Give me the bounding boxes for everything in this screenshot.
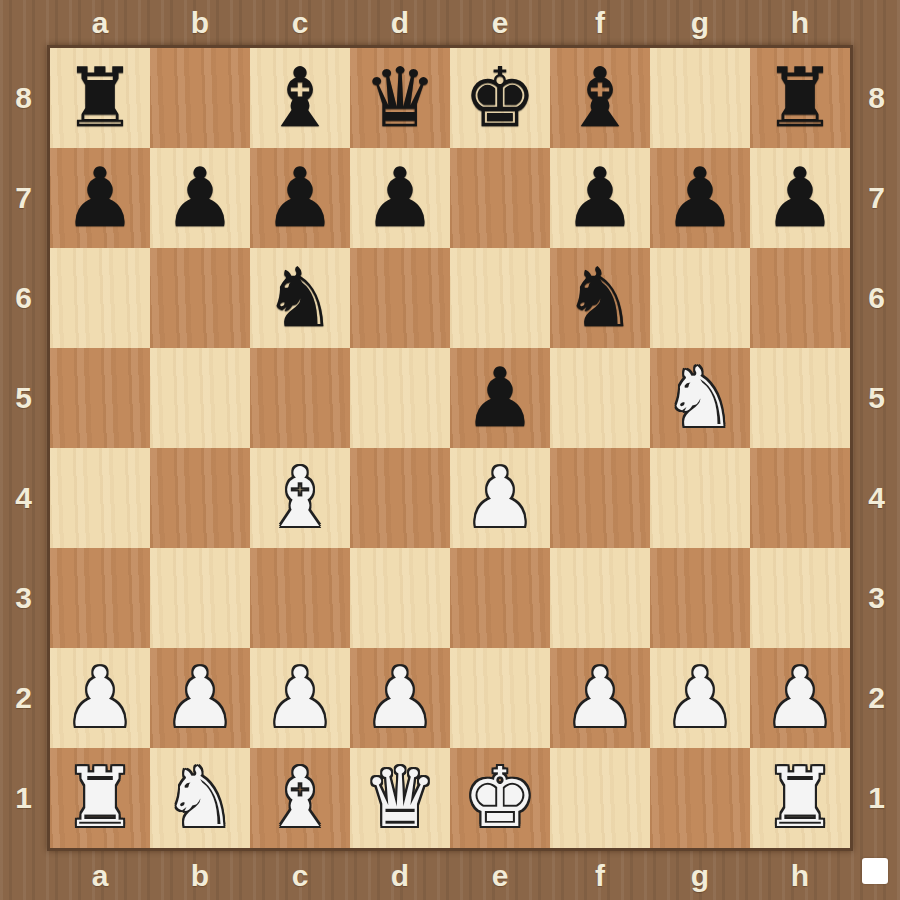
rank-labels-left: 87654321: [0, 48, 47, 848]
piece-white-rook[interactable]: ♜: [50, 748, 150, 848]
rank-label-left-8: 8: [0, 48, 47, 148]
square-e1[interactable]: ♚: [450, 748, 550, 848]
square-f3[interactable]: [550, 548, 650, 648]
square-f2[interactable]: ♟: [550, 648, 650, 748]
piece-black-bishop[interactable]: ♝: [250, 48, 350, 148]
piece-white-pawn[interactable]: ♟: [250, 648, 350, 748]
square-a1[interactable]: ♜: [50, 748, 150, 848]
piece-black-knight[interactable]: ♞: [250, 248, 350, 348]
square-b4[interactable]: [150, 448, 250, 548]
piece-black-pawn[interactable]: ♟: [150, 148, 250, 248]
square-h5[interactable]: [750, 348, 850, 448]
square-h4[interactable]: [750, 448, 850, 548]
file-label-top-d: d: [350, 0, 450, 45]
square-f5[interactable]: [550, 348, 650, 448]
piece-white-bishop[interactable]: ♝: [250, 748, 350, 848]
rank-label-right-3: 3: [853, 548, 900, 648]
square-e6[interactable]: [450, 248, 550, 348]
piece-black-pawn[interactable]: ♟: [650, 148, 750, 248]
piece-white-pawn[interactable]: ♟: [650, 648, 750, 748]
file-label-bottom-b: b: [150, 851, 250, 900]
rank-label-left-3: 3: [0, 548, 47, 648]
rank-label-left-4: 4: [0, 448, 47, 548]
file-labels-bottom: abcdefgh: [50, 851, 850, 900]
piece-black-rook[interactable]: ♜: [50, 48, 150, 148]
piece-white-knight[interactable]: ♞: [650, 348, 750, 448]
rank-label-right-4: 4: [853, 448, 900, 548]
square-d6[interactable]: [350, 248, 450, 348]
square-g4[interactable]: [650, 448, 750, 548]
square-e5[interactable]: ♟: [450, 348, 550, 448]
square-h1[interactable]: ♜: [750, 748, 850, 848]
square-d7[interactable]: ♟: [350, 148, 450, 248]
file-label-top-a: a: [50, 0, 150, 45]
file-label-top-b: b: [150, 0, 250, 45]
square-g8[interactable]: [650, 48, 750, 148]
piece-black-pawn[interactable]: ♟: [750, 148, 850, 248]
piece-black-pawn[interactable]: ♟: [350, 148, 450, 248]
rank-label-right-5: 5: [853, 348, 900, 448]
piece-white-pawn[interactable]: ♟: [150, 648, 250, 748]
square-f8[interactable]: ♝: [550, 48, 650, 148]
piece-white-pawn[interactable]: ♟: [750, 648, 850, 748]
square-f6[interactable]: ♞: [550, 248, 650, 348]
square-d3[interactable]: [350, 548, 450, 648]
piece-black-pawn[interactable]: ♟: [50, 148, 150, 248]
piece-white-pawn[interactable]: ♟: [550, 648, 650, 748]
file-label-bottom-f: f: [550, 851, 650, 900]
square-a8[interactable]: ♜: [50, 48, 150, 148]
piece-black-queen[interactable]: ♛: [350, 48, 450, 148]
piece-black-pawn[interactable]: ♟: [250, 148, 350, 248]
piece-white-pawn[interactable]: ♟: [450, 448, 550, 548]
rank-label-left-2: 2: [0, 648, 47, 748]
square-a4[interactable]: [50, 448, 150, 548]
rank-labels-right: 87654321: [853, 48, 900, 848]
square-e2[interactable]: [450, 648, 550, 748]
square-c7[interactable]: ♟: [250, 148, 350, 248]
piece-black-pawn[interactable]: ♟: [450, 348, 550, 448]
square-f1[interactable]: [550, 748, 650, 848]
square-g1[interactable]: [650, 748, 750, 848]
square-h3[interactable]: [750, 548, 850, 648]
rank-label-right-7: 7: [853, 148, 900, 248]
square-b7[interactable]: ♟: [150, 148, 250, 248]
file-label-top-h: h: [750, 0, 850, 45]
piece-white-knight[interactable]: ♞: [150, 748, 250, 848]
file-label-top-g: g: [650, 0, 750, 45]
square-e7[interactable]: [450, 148, 550, 248]
square-h2[interactable]: ♟: [750, 648, 850, 748]
file-label-bottom-c: c: [250, 851, 350, 900]
square-a7[interactable]: ♟: [50, 148, 150, 248]
rank-label-right-1: 1: [853, 748, 900, 848]
square-a6[interactable]: [50, 248, 150, 348]
square-e3[interactable]: [450, 548, 550, 648]
rank-label-right-2: 2: [853, 648, 900, 748]
square-d1[interactable]: ♛: [350, 748, 450, 848]
square-d5[interactable]: [350, 348, 450, 448]
file-label-bottom-e: e: [450, 851, 550, 900]
square-b5[interactable]: [150, 348, 250, 448]
file-label-top-c: c: [250, 0, 350, 45]
square-h7[interactable]: ♟: [750, 148, 850, 248]
square-g6[interactable]: [650, 248, 750, 348]
square-h8[interactable]: ♜: [750, 48, 850, 148]
piece-white-king[interactable]: ♚: [450, 748, 550, 848]
square-b3[interactable]: [150, 548, 250, 648]
square-c1[interactable]: ♝: [250, 748, 350, 848]
square-d4[interactable]: [350, 448, 450, 548]
square-b2[interactable]: ♟: [150, 648, 250, 748]
rank-label-right-6: 6: [853, 248, 900, 348]
square-c5[interactable]: [250, 348, 350, 448]
piece-white-bishop[interactable]: ♝: [250, 448, 350, 548]
square-b1[interactable]: ♞: [150, 748, 250, 848]
piece-black-king[interactable]: ♚: [450, 48, 550, 148]
square-a3[interactable]: [50, 548, 150, 648]
rank-label-left-6: 6: [0, 248, 47, 348]
piece-white-rook[interactable]: ♜: [750, 748, 850, 848]
rank-label-right-8: 8: [853, 48, 900, 148]
piece-black-knight[interactable]: ♞: [550, 248, 650, 348]
square-c8[interactable]: ♝: [250, 48, 350, 148]
piece-black-pawn[interactable]: ♟: [550, 148, 650, 248]
file-label-bottom-a: a: [50, 851, 150, 900]
square-d2[interactable]: ♟: [350, 648, 450, 748]
square-a2[interactable]: ♟: [50, 648, 150, 748]
piece-black-bishop[interactable]: ♝: [550, 48, 650, 148]
square-c4[interactable]: ♝: [250, 448, 350, 548]
square-e8[interactable]: ♚: [450, 48, 550, 148]
file-labels-top: abcdefgh: [50, 0, 850, 45]
square-g2[interactable]: ♟: [650, 648, 750, 748]
square-c2[interactable]: ♟: [250, 648, 350, 748]
rank-label-left-5: 5: [0, 348, 47, 448]
square-f4[interactable]: [550, 448, 650, 548]
square-g5[interactable]: ♞: [650, 348, 750, 448]
chess-board: ♜♝♛♚♝♜♟♟♟♟♟♟♟♞♞♟♞♝♟♟♟♟♟♟♟♟♜♞♝♛♚♜: [47, 45, 853, 851]
square-e4[interactable]: ♟: [450, 448, 550, 548]
file-label-bottom-d: d: [350, 851, 450, 900]
square-b8[interactable]: [150, 48, 250, 148]
piece-white-pawn[interactable]: ♟: [350, 648, 450, 748]
square-c3[interactable]: [250, 548, 350, 648]
side-to-move-indicator: [862, 858, 888, 884]
piece-white-queen[interactable]: ♛: [350, 748, 450, 848]
file-label-bottom-h: h: [750, 851, 850, 900]
square-g7[interactable]: ♟: [650, 148, 750, 248]
square-b6[interactable]: [150, 248, 250, 348]
file-label-bottom-g: g: [650, 851, 750, 900]
rank-label-left-1: 1: [0, 748, 47, 848]
square-h6[interactable]: [750, 248, 850, 348]
square-g3[interactable]: [650, 548, 750, 648]
rank-label-left-7: 7: [0, 148, 47, 248]
piece-black-rook[interactable]: ♜: [750, 48, 850, 148]
piece-white-pawn[interactable]: ♟: [50, 648, 150, 748]
file-label-top-f: f: [550, 0, 650, 45]
square-c6[interactable]: ♞: [250, 248, 350, 348]
square-d8[interactable]: ♛: [350, 48, 450, 148]
square-a5[interactable]: [50, 348, 150, 448]
square-f7[interactable]: ♟: [550, 148, 650, 248]
file-label-top-e: e: [450, 0, 550, 45]
